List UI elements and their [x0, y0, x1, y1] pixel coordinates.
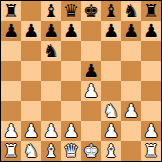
- square-g4[interactable]: [121, 81, 141, 101]
- black-queen: ♛: [63, 1, 79, 21]
- white-rook: ♜: [3, 141, 19, 161]
- square-g2[interactable]: [121, 121, 141, 141]
- black-pawn: ♟: [23, 21, 39, 41]
- square-b4[interactable]: [21, 81, 41, 101]
- square-b1[interactable]: ♞: [21, 141, 41, 161]
- white-pawn: ♟: [63, 121, 79, 141]
- white-king: ♚: [83, 141, 99, 161]
- square-c1[interactable]: ♝: [41, 141, 61, 161]
- square-d6[interactable]: [61, 41, 81, 61]
- square-g1[interactable]: [121, 141, 141, 161]
- white-bishop: ♝: [43, 141, 59, 161]
- square-c7[interactable]: ♟: [41, 21, 61, 41]
- square-d4[interactable]: [61, 81, 81, 101]
- square-d3[interactable]: [61, 101, 81, 121]
- square-e3[interactable]: [81, 101, 101, 121]
- white-pawn: ♟: [23, 121, 39, 141]
- square-a2[interactable]: ♟: [1, 121, 21, 141]
- square-b6[interactable]: [21, 41, 41, 61]
- square-c3[interactable]: [41, 101, 61, 121]
- square-e6[interactable]: [81, 41, 101, 61]
- square-h4[interactable]: [141, 81, 161, 101]
- black-pawn: ♟: [123, 21, 139, 41]
- white-pawn: ♟: [103, 121, 119, 141]
- square-a3[interactable]: [1, 101, 21, 121]
- square-c4[interactable]: [41, 81, 61, 101]
- square-c5[interactable]: [41, 61, 61, 81]
- black-rook: ♜: [143, 1, 159, 21]
- white-knight: ♞: [103, 101, 119, 121]
- white-pawn: ♟: [3, 121, 19, 141]
- square-d7[interactable]: ♟: [61, 21, 81, 41]
- white-queen: ♛: [63, 141, 79, 161]
- square-f8[interactable]: ♝: [101, 1, 121, 21]
- black-rook: ♜: [3, 1, 19, 21]
- square-e2[interactable]: [81, 121, 101, 141]
- white-bishop: ♝: [103, 141, 119, 161]
- square-d5[interactable]: [61, 61, 81, 81]
- square-g6[interactable]: [121, 41, 141, 61]
- square-e5[interactable]: ♟: [81, 61, 101, 81]
- square-d2[interactable]: ♟: [61, 121, 81, 141]
- square-d1[interactable]: ♛: [61, 141, 81, 161]
- square-h5[interactable]: [141, 61, 161, 81]
- chess-board: ♜♝♛♚♝♞♜♟♟♟♟♟♟♟♞♟♟♞♟♟♟♟♟♟♟♜♞♝♛♚♝♜: [0, 0, 162, 162]
- square-g7[interactable]: ♟: [121, 21, 141, 41]
- square-g8[interactable]: ♞: [121, 1, 141, 21]
- square-f1[interactable]: ♝: [101, 141, 121, 161]
- black-knight: ♞: [123, 1, 139, 21]
- black-bishop: ♝: [43, 1, 59, 21]
- black-pawn: ♟: [43, 21, 59, 41]
- white-knight: ♞: [23, 141, 39, 161]
- square-h3[interactable]: [141, 101, 161, 121]
- square-f6[interactable]: [101, 41, 121, 61]
- square-f5[interactable]: [101, 61, 121, 81]
- square-a7[interactable]: ♟: [1, 21, 21, 41]
- black-bishop: ♝: [103, 1, 119, 21]
- square-b2[interactable]: ♟: [21, 121, 41, 141]
- square-f3[interactable]: ♞: [101, 101, 121, 121]
- square-g5[interactable]: [121, 61, 141, 81]
- black-pawn: ♟: [83, 61, 99, 81]
- square-h2[interactable]: ♟: [141, 121, 161, 141]
- square-b3[interactable]: [21, 101, 41, 121]
- square-c8[interactable]: ♝: [41, 1, 61, 21]
- square-h6[interactable]: [141, 41, 161, 61]
- square-f4[interactable]: [101, 81, 121, 101]
- black-pawn: ♟: [103, 21, 119, 41]
- square-f7[interactable]: ♟: [101, 21, 121, 41]
- square-f2[interactable]: ♟: [101, 121, 121, 141]
- square-b7[interactable]: ♟: [21, 21, 41, 41]
- square-e7[interactable]: [81, 21, 101, 41]
- square-a6[interactable]: [1, 41, 21, 61]
- square-e8[interactable]: ♚: [81, 1, 101, 21]
- square-a4[interactable]: [1, 81, 21, 101]
- black-knight: ♞: [43, 41, 59, 61]
- white-rook: ♜: [143, 141, 159, 161]
- square-h7[interactable]: ♟: [141, 21, 161, 41]
- square-a5[interactable]: [1, 61, 21, 81]
- black-king: ♚: [83, 1, 99, 21]
- square-b5[interactable]: [21, 61, 41, 81]
- black-pawn: ♟: [143, 21, 159, 41]
- white-pawn: ♟: [143, 121, 159, 141]
- square-e1[interactable]: ♚: [81, 141, 101, 161]
- square-c6[interactable]: ♞: [41, 41, 61, 61]
- white-pawn: ♟: [83, 81, 99, 101]
- black-pawn: ♟: [63, 21, 79, 41]
- square-d8[interactable]: ♛: [61, 1, 81, 21]
- square-a1[interactable]: ♜: [1, 141, 21, 161]
- square-g3[interactable]: ♟: [121, 101, 141, 121]
- square-c2[interactable]: ♟: [41, 121, 61, 141]
- square-h8[interactable]: ♜: [141, 1, 161, 21]
- white-pawn: ♟: [43, 121, 59, 141]
- square-e4[interactable]: ♟: [81, 81, 101, 101]
- square-b8[interactable]: [21, 1, 41, 21]
- square-a8[interactable]: ♜: [1, 1, 21, 21]
- black-pawn: ♟: [3, 21, 19, 41]
- white-pawn: ♟: [123, 101, 139, 121]
- square-h1[interactable]: ♜: [141, 141, 161, 161]
